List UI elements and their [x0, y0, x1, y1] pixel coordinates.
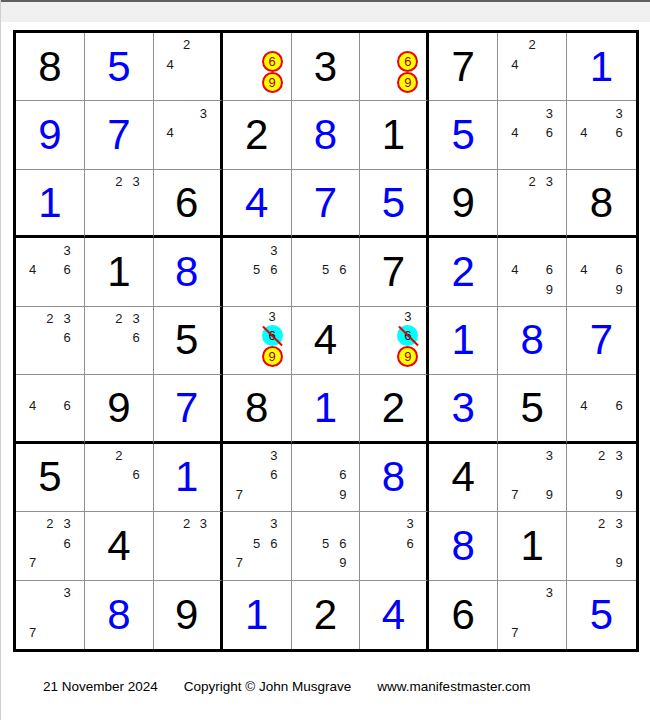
candidate-4: 4: [575, 123, 593, 142]
cell-r8c4[interactable]: 3567: [223, 512, 292, 580]
candidate-2: 2: [593, 446, 611, 465]
cell-r1c9[interactable]: 1: [567, 33, 636, 101]
candidate-6: 6: [127, 328, 144, 347]
yellow-circle-candidate-9: 9: [262, 346, 283, 367]
solved-digit: 5: [590, 594, 613, 636]
solved-digit: 8: [314, 114, 337, 156]
given-digit: 9: [107, 387, 130, 429]
candidate-slot-6: 6: [397, 51, 418, 72]
candidate-2: 2: [41, 514, 58, 533]
candidate-6: 6: [402, 534, 419, 553]
candidate-2: 2: [110, 446, 127, 465]
candidate-3: 3: [262, 309, 283, 325]
cell-r3c6[interactable]: 5: [360, 170, 429, 238]
given-digit: 7: [382, 251, 405, 293]
cell-r1c8[interactable]: 24: [498, 33, 567, 101]
candidate-grid: 369: [360, 307, 426, 374]
candidate-3: 3: [59, 514, 76, 533]
candidate-6: 6: [541, 123, 558, 142]
candidate-grid: 569: [292, 512, 360, 579]
solved-digit: 1: [452, 319, 475, 361]
solved-digit: 8: [107, 594, 130, 636]
cell-r8c9[interactable]: 239: [567, 512, 636, 580]
elimination-slash: [398, 325, 419, 346]
candidate-grid: 23: [85, 170, 153, 235]
given-digit: 5: [520, 387, 543, 429]
solved-digit: 8: [382, 456, 405, 498]
given-digit: 2: [245, 114, 268, 156]
cell-r5c1[interactable]: 236: [16, 307, 85, 375]
candidate-6: 6: [610, 123, 628, 142]
candidate-3: 3: [610, 103, 628, 122]
cell-r1c4[interactable]: 69: [223, 33, 292, 101]
solved-digit: 3: [452, 387, 475, 429]
cell-r7c6[interactable]: 8: [360, 444, 429, 512]
cell-r2c6[interactable]: 1: [360, 101, 429, 169]
solved-digit: 8: [520, 319, 543, 361]
cell-r2c2[interactable]: 7: [85, 101, 154, 169]
cell-r5c6[interactable]: 369: [360, 307, 429, 375]
candidate-grid: 239: [567, 444, 636, 511]
given-digit: 9: [452, 182, 475, 224]
candidate-3: 3: [59, 240, 76, 259]
candidate-4: 4: [162, 54, 179, 73]
candidate-slot-9: 9: [397, 72, 418, 93]
candidate-9: 9: [541, 279, 558, 298]
candidate-grid: 37: [498, 581, 566, 649]
candidate-6: 6: [265, 534, 282, 553]
footer: 21 November 2024 Copyright © John Musgra…: [43, 679, 530, 694]
candidate-3: 3: [541, 446, 558, 465]
candidate-6: 6: [59, 260, 76, 279]
candidate-9: 9: [334, 485, 351, 504]
top-scrollbar-track: [1, 0, 650, 22]
cell-r5c7[interactable]: 1: [429, 307, 498, 375]
candidate-grid: 56: [292, 238, 360, 305]
candidate-3: 3: [127, 309, 144, 328]
cell-r5c5[interactable]: 4: [292, 307, 361, 375]
cell-r8c2[interactable]: 4: [85, 512, 154, 580]
cell-r7c2[interactable]: 26: [85, 444, 154, 512]
cell-r1c2[interactable]: 5: [85, 33, 154, 101]
candidate-slot-9: 9: [262, 346, 283, 367]
candidate-4: 4: [24, 396, 41, 415]
candidate-4: 4: [575, 260, 593, 279]
candidate-5: 5: [248, 260, 265, 279]
given-digit: 3: [314, 46, 337, 88]
candidate-grid: 239: [567, 512, 636, 579]
candidate-grid: 37: [16, 581, 84, 649]
candidate-6: 6: [610, 260, 628, 279]
candidate-5: 5: [248, 534, 265, 553]
cell-r6c7[interactable]: 3: [429, 375, 498, 443]
cell-r4c1[interactable]: 346: [16, 238, 85, 306]
cell-r6c9[interactable]: 46: [567, 375, 636, 443]
cell-r2c7[interactable]: 5: [429, 101, 498, 169]
cell-r9c3[interactable]: 9: [154, 581, 223, 649]
cell-r7c4[interactable]: 367: [223, 444, 292, 512]
solved-digit: 7: [107, 114, 130, 156]
candidate-grid: 346: [16, 238, 84, 305]
candidate-grid: 236: [16, 307, 84, 374]
candidate-3: 3: [397, 309, 418, 325]
cell-r1c5[interactable]: 3: [292, 33, 361, 101]
solved-digit: 7: [590, 319, 613, 361]
given-digit: 4: [314, 319, 337, 361]
candidate-9: 9: [610, 553, 628, 572]
cell-r9c9[interactable]: 5: [567, 581, 636, 649]
candidate-2: 2: [178, 35, 195, 54]
cell-r9c6[interactable]: 4: [360, 581, 429, 649]
cyan-circle-struck-candidate-6: 6: [397, 325, 418, 346]
solved-digit: 4: [382, 594, 405, 636]
candidate-7: 7: [24, 553, 41, 572]
cell-r6c4[interactable]: 8: [223, 375, 292, 443]
cell-r3c7[interactable]: 9: [429, 170, 498, 238]
candidate-6: 6: [265, 260, 282, 279]
candidate-grid: 379: [498, 444, 566, 511]
candidate-grid: 34: [154, 101, 220, 168]
candidate-7: 7: [24, 622, 41, 642]
candidate-grid: 369: [223, 307, 291, 374]
given-digit: 5: [38, 456, 61, 498]
cell-r3c5[interactable]: 7: [292, 170, 361, 238]
cell-r8c3[interactable]: 23: [154, 512, 223, 580]
candidate-grid: 69: [360, 33, 426, 100]
given-digit: 5: [175, 319, 198, 361]
candidate-grid: 46: [567, 375, 636, 440]
candidate-7: 7: [231, 553, 248, 572]
cell-r8c1[interactable]: 2367: [16, 512, 85, 580]
cell-r6c3[interactable]: 7: [154, 375, 223, 443]
given-digit: 6: [452, 594, 475, 636]
candidate-grid: 24: [498, 33, 566, 100]
candidate-6: 6: [334, 534, 351, 553]
cell-r9c4[interactable]: 1: [223, 581, 292, 649]
candidate-grid: 356: [223, 238, 291, 305]
solved-digit: 1: [175, 456, 198, 498]
cell-r9c1[interactable]: 37: [16, 581, 85, 649]
given-digit: 7: [452, 46, 475, 88]
solved-digit: 5: [107, 46, 130, 88]
cell-r6c5[interactable]: 1: [292, 375, 361, 443]
cell-r8c7[interactable]: 8: [429, 512, 498, 580]
candidate-6: 6: [334, 260, 351, 279]
cell-r9c7[interactable]: 6: [429, 581, 498, 649]
cell-r5c4[interactable]: 369: [223, 307, 292, 375]
cell-r5c3[interactable]: 5: [154, 307, 223, 375]
given-digit: 2: [314, 594, 337, 636]
solved-digit: 8: [175, 251, 198, 293]
yellow-circle-candidate-6: 6: [262, 51, 283, 72]
candidate-9: 9: [334, 553, 351, 572]
cell-r2c8[interactable]: 346: [498, 101, 567, 169]
candidate-2: 2: [524, 172, 541, 191]
candidate-6: 6: [59, 396, 76, 415]
candidate-2: 2: [41, 309, 58, 328]
candidate-grid: 26: [85, 444, 153, 511]
candidate-3: 3: [541, 583, 558, 603]
sudoku-page: 8524693697241973428153463461236475923834…: [0, 0, 650, 720]
cell-r7c3[interactable]: 1: [154, 444, 223, 512]
candidate-grid: 46: [16, 375, 84, 440]
candidate-2: 2: [524, 35, 541, 54]
cell-r7c1[interactable]: 5: [16, 444, 85, 512]
candidate-grid: 69: [292, 444, 360, 511]
candidate-grid: 36: [360, 512, 426, 579]
candidate-3: 3: [59, 583, 76, 603]
cell-r3c1[interactable]: 1: [16, 170, 85, 238]
candidate-7: 7: [231, 485, 248, 504]
solved-digit: 8: [452, 525, 475, 567]
cell-r4c6[interactable]: 7: [360, 238, 429, 306]
cell-r3c8[interactable]: 23: [498, 170, 567, 238]
candidate-grid: 69: [223, 33, 291, 100]
candidate-3: 3: [265, 446, 282, 465]
cell-r6c6[interactable]: 2: [360, 375, 429, 443]
candidate-4: 4: [575, 396, 593, 415]
cell-r9c2[interactable]: 8: [85, 581, 154, 649]
given-digit: 4: [107, 525, 130, 567]
yellow-circle-candidate-6: 6: [397, 51, 418, 72]
solved-digit: 1: [314, 387, 337, 429]
cell-r6c8[interactable]: 5: [498, 375, 567, 443]
candidate-3: 3: [265, 240, 282, 259]
given-digit: 4: [452, 456, 475, 498]
cell-r4c2[interactable]: 1: [85, 238, 154, 306]
footer-copyright: Copyright © John Musgrave: [184, 679, 352, 694]
given-digit: 8: [590, 182, 613, 224]
cell-r3c9[interactable]: 8: [567, 170, 636, 238]
cell-r4c5[interactable]: 56: [292, 238, 361, 306]
candidate-3: 3: [195, 103, 212, 122]
cell-r1c6[interactable]: 69: [360, 33, 429, 101]
candidate-grid: 236: [85, 307, 153, 374]
candidate-slot-6: 6: [262, 51, 283, 72]
given-digit: 1: [382, 114, 405, 156]
cell-r9c5[interactable]: 2: [292, 581, 361, 649]
solved-digit: 1: [245, 594, 268, 636]
given-digit: 2: [382, 387, 405, 429]
cell-r4c7[interactable]: 2: [429, 238, 498, 306]
candidate-7: 7: [506, 485, 523, 504]
candidate-6: 6: [610, 396, 628, 415]
candidate-slot-9: 9: [262, 72, 283, 93]
candidate-2: 2: [110, 309, 127, 328]
candidate-6: 6: [59, 534, 76, 553]
cell-r5c8[interactable]: 8: [498, 307, 567, 375]
candidate-9: 9: [541, 485, 558, 504]
cell-r4c9[interactable]: 469: [567, 238, 636, 306]
candidate-9: 9: [610, 279, 628, 298]
solved-digit: 5: [382, 182, 405, 224]
cell-r4c8[interactable]: 469: [498, 238, 567, 306]
cell-r2c1[interactable]: 9: [16, 101, 85, 169]
yellow-circle-candidate-9: 9: [262, 72, 283, 93]
cell-r1c3[interactable]: 24: [154, 33, 223, 101]
candidate-grid: 367: [223, 444, 291, 511]
candidate-6: 6: [541, 260, 558, 279]
elimination-slash: [262, 325, 283, 346]
cell-r2c5[interactable]: 8: [292, 101, 361, 169]
candidate-3: 3: [265, 514, 282, 533]
candidate-grid: 469: [498, 238, 566, 305]
candidate-9: 9: [610, 485, 628, 504]
cell-r1c1[interactable]: 8: [16, 33, 85, 101]
cell-r7c9[interactable]: 239: [567, 444, 636, 512]
candidate-3: 3: [541, 103, 558, 122]
cell-r6c2[interactable]: 9: [85, 375, 154, 443]
candidate-3: 3: [610, 514, 628, 533]
solved-digit: 4: [245, 182, 268, 224]
footer-date: 21 November 2024: [43, 679, 158, 694]
cell-r8c6[interactable]: 36: [360, 512, 429, 580]
candidate-3: 3: [195, 514, 212, 533]
given-digit: 9: [175, 594, 198, 636]
candidate-5: 5: [317, 534, 334, 553]
cell-r2c4[interactable]: 2: [223, 101, 292, 169]
solved-digit: 1: [38, 182, 61, 224]
candidate-4: 4: [506, 260, 523, 279]
cell-r5c2[interactable]: 236: [85, 307, 154, 375]
candidate-4: 4: [506, 54, 523, 73]
cell-r8c5[interactable]: 569: [292, 512, 361, 580]
candidate-slot-6: 6: [397, 325, 418, 346]
candidate-slot-6: 6: [262, 325, 283, 346]
cell-r6c1[interactable]: 46: [16, 375, 85, 443]
solved-digit: 5: [452, 114, 475, 156]
given-digit: 1: [107, 251, 130, 293]
cell-r2c3[interactable]: 34: [154, 101, 223, 169]
yellow-circle-candidate-9: 9: [397, 346, 418, 367]
candidate-4: 4: [24, 260, 41, 279]
candidate-grid: 3567: [223, 512, 291, 579]
sudoku-board: 8524693697241973428153463461236475923834…: [13, 30, 639, 652]
candidate-3: 3: [610, 446, 628, 465]
cell-r7c5[interactable]: 69: [292, 444, 361, 512]
cell-r3c2[interactable]: 23: [85, 170, 154, 238]
candidate-grid: 469: [567, 238, 636, 305]
cyan-circle-struck-candidate-6: 6: [262, 325, 283, 346]
candidate-3: 3: [541, 172, 558, 191]
candidate-6: 6: [59, 328, 76, 347]
candidate-slot-9: 9: [397, 346, 418, 367]
candidate-6: 6: [127, 465, 144, 484]
candidate-3: 3: [402, 514, 419, 533]
solved-digit: 7: [175, 387, 198, 429]
solved-digit: 2: [452, 251, 475, 293]
solved-digit: 9: [38, 114, 61, 156]
given-digit: 6: [175, 182, 198, 224]
candidate-3: 3: [127, 172, 144, 191]
cell-r5c9[interactable]: 7: [567, 307, 636, 375]
candidate-grid: 24: [154, 33, 220, 100]
yellow-circle-candidate-9: 9: [397, 72, 418, 93]
solved-digit: 1: [590, 46, 613, 88]
given-digit: 8: [245, 387, 268, 429]
candidate-4: 4: [506, 123, 523, 142]
candidate-5: 5: [317, 260, 334, 279]
candidate-6: 6: [334, 465, 351, 484]
cell-r3c4[interactable]: 4: [223, 170, 292, 238]
candidate-4: 4: [162, 123, 179, 142]
cell-r2c9[interactable]: 346: [567, 101, 636, 169]
candidate-grid: 23: [498, 170, 566, 235]
given-digit: 1: [520, 525, 543, 567]
cell-r1c7[interactable]: 7: [429, 33, 498, 101]
candidate-3: 3: [59, 309, 76, 328]
cell-r8c8[interactable]: 1: [498, 512, 567, 580]
cell-r7c8[interactable]: 379: [498, 444, 567, 512]
cell-r9c8[interactable]: 37: [498, 581, 567, 649]
candidate-7: 7: [506, 622, 523, 642]
cell-r3c3[interactable]: 6: [154, 170, 223, 238]
candidate-grid: 2367: [16, 512, 84, 579]
cell-r4c4[interactable]: 356: [223, 238, 292, 306]
given-digit: 8: [38, 46, 61, 88]
candidate-grid: 346: [567, 101, 636, 168]
cell-r4c3[interactable]: 8: [154, 238, 223, 306]
candidate-grid: 23: [154, 512, 220, 579]
candidate-2: 2: [110, 172, 127, 191]
candidate-2: 2: [178, 514, 195, 533]
solved-digit: 7: [314, 182, 337, 224]
candidate-2: 2: [593, 514, 611, 533]
candidate-6: 6: [265, 465, 282, 484]
cell-r7c7[interactable]: 4: [429, 444, 498, 512]
footer-website: www.manifestmaster.com: [377, 679, 530, 694]
candidate-grid: 346: [498, 101, 566, 168]
